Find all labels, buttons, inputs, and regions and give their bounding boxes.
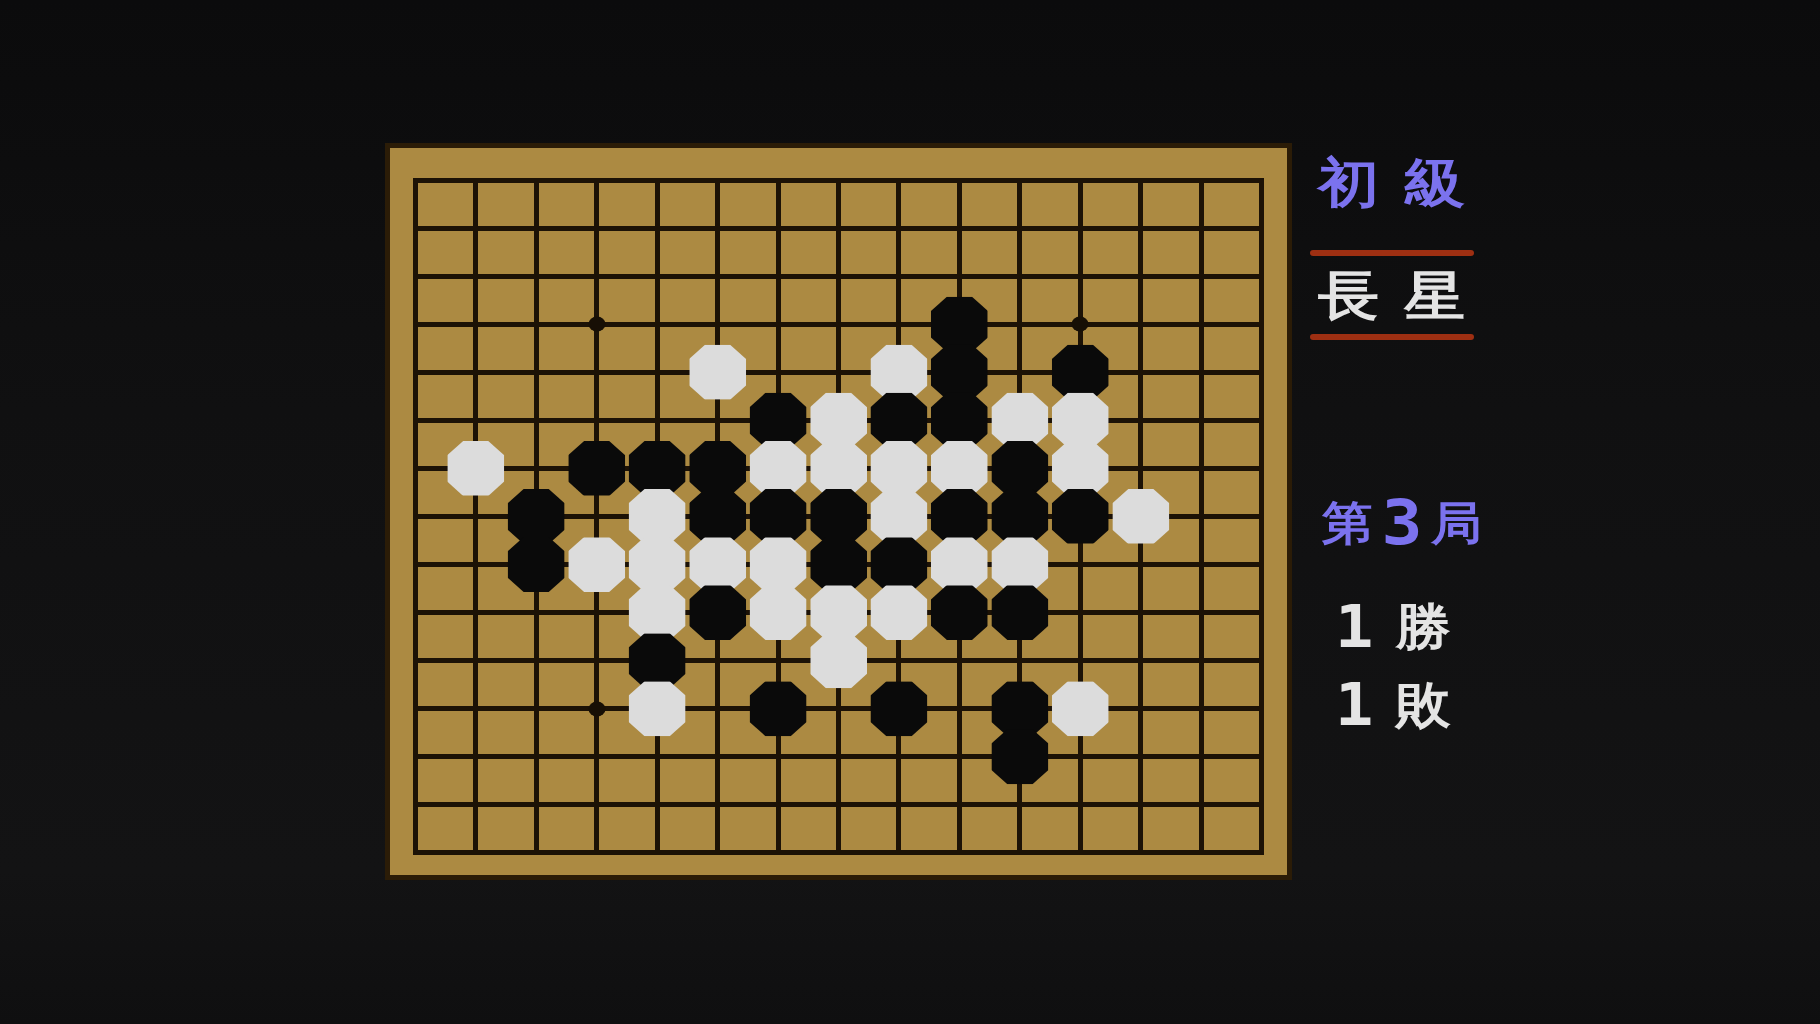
intersection-e7[interactable] bbox=[627, 541, 687, 589]
intersection-g9[interactable] bbox=[748, 444, 808, 492]
intersection-j9[interactable] bbox=[929, 444, 989, 492]
intersection-d10[interactable] bbox=[566, 396, 626, 444]
intersection-h9[interactable] bbox=[808, 444, 868, 492]
black-stone bbox=[689, 441, 746, 496]
intersection-n5[interactable] bbox=[1171, 637, 1231, 685]
intersection-c1[interactable] bbox=[506, 829, 566, 877]
black-stone bbox=[931, 393, 988, 448]
intersection-k12[interactable] bbox=[990, 300, 1050, 348]
intersection-h7[interactable] bbox=[808, 541, 868, 589]
intersection-j7[interactable] bbox=[929, 541, 989, 589]
intersection-n3[interactable] bbox=[1171, 733, 1231, 781]
intersection-k10[interactable] bbox=[990, 396, 1050, 444]
white-stone bbox=[1052, 681, 1109, 736]
intersection-c6[interactable] bbox=[506, 589, 566, 637]
black-stone bbox=[508, 537, 565, 592]
intersection-e13[interactable] bbox=[627, 252, 687, 300]
intersection-c11[interactable] bbox=[506, 348, 566, 396]
white-stone bbox=[870, 585, 927, 640]
intersection-b1[interactable] bbox=[445, 829, 505, 877]
intersection-e12[interactable] bbox=[627, 300, 687, 348]
intersection-k6[interactable] bbox=[990, 589, 1050, 637]
intersection-n14[interactable] bbox=[1171, 204, 1231, 252]
intersection-h12[interactable] bbox=[808, 300, 868, 348]
intersection-o2[interactable] bbox=[1232, 781, 1292, 829]
black-stone bbox=[991, 729, 1048, 784]
intersection-d2[interactable] bbox=[566, 781, 626, 829]
intersection-a9[interactable] bbox=[385, 444, 445, 492]
intersection-m9[interactable] bbox=[1111, 444, 1171, 492]
intersection-j8[interactable] bbox=[929, 492, 989, 540]
white-stone bbox=[870, 441, 927, 496]
losses-count: 1 bbox=[1335, 676, 1373, 734]
black-stone bbox=[629, 633, 686, 688]
losses-kanji: 敗 bbox=[1395, 680, 1450, 730]
intersection-i10[interactable] bbox=[869, 396, 929, 444]
intersection-n7[interactable] bbox=[1171, 541, 1231, 589]
intersection-g2[interactable] bbox=[748, 781, 808, 829]
intersection-b7[interactable] bbox=[445, 541, 505, 589]
intersection-o3[interactable] bbox=[1232, 733, 1292, 781]
intersection-f4[interactable] bbox=[687, 685, 747, 733]
renju-board bbox=[385, 143, 1292, 880]
intersection-g3[interactable] bbox=[748, 733, 808, 781]
intersection-o11[interactable] bbox=[1232, 348, 1292, 396]
intersection-h6[interactable] bbox=[808, 589, 868, 637]
intersection-b9[interactable] bbox=[445, 444, 505, 492]
intersection-k8[interactable] bbox=[990, 492, 1050, 540]
intersection-b2[interactable] bbox=[445, 781, 505, 829]
intersection-l1[interactable] bbox=[1050, 829, 1110, 877]
intersection-i8[interactable] bbox=[869, 492, 929, 540]
intersection-e1[interactable] bbox=[627, 829, 687, 877]
intersection-g14[interactable] bbox=[748, 204, 808, 252]
intersection-c10[interactable] bbox=[506, 396, 566, 444]
intersection-a11[interactable] bbox=[385, 348, 445, 396]
black-stone bbox=[508, 489, 565, 544]
black-stone bbox=[810, 537, 867, 592]
intersection-g13[interactable] bbox=[748, 252, 808, 300]
intersection-i1[interactable] bbox=[869, 829, 929, 877]
game-number-suffix: 局 bbox=[1431, 500, 1482, 546]
intersection-o6[interactable] bbox=[1232, 589, 1292, 637]
intersection-a2[interactable] bbox=[385, 781, 445, 829]
intersection-a8[interactable] bbox=[385, 492, 445, 540]
black-stone bbox=[1052, 489, 1109, 544]
intersection-n4[interactable] bbox=[1171, 685, 1231, 733]
intersection-n1[interactable] bbox=[1171, 829, 1231, 877]
intersection-c15[interactable] bbox=[506, 156, 566, 204]
intersection-h14[interactable] bbox=[808, 204, 868, 252]
intersection-i9[interactable] bbox=[869, 444, 929, 492]
intersection-n8[interactable] bbox=[1171, 492, 1231, 540]
intersection-i12[interactable] bbox=[869, 300, 929, 348]
black-stone bbox=[629, 441, 686, 496]
intersection-n12[interactable] bbox=[1171, 300, 1231, 348]
intersection-m4[interactable] bbox=[1111, 685, 1171, 733]
intersection-f11[interactable] bbox=[687, 348, 747, 396]
intersection-k14[interactable] bbox=[990, 204, 1050, 252]
intersection-f7[interactable] bbox=[687, 541, 747, 589]
intersection-g1[interactable] bbox=[748, 829, 808, 877]
difficulty-label: 初級 bbox=[1318, 156, 1491, 209]
intersection-k4[interactable] bbox=[990, 685, 1050, 733]
white-stone bbox=[991, 537, 1048, 592]
intersection-d6[interactable] bbox=[566, 589, 626, 637]
intersection-i13[interactable] bbox=[869, 252, 929, 300]
intersection-d15[interactable] bbox=[566, 156, 626, 204]
intersection-h1[interactable] bbox=[808, 829, 868, 877]
intersection-m2[interactable] bbox=[1111, 781, 1171, 829]
intersection-j12[interactable] bbox=[929, 300, 989, 348]
white-stone bbox=[810, 441, 867, 496]
intersection-a10[interactable] bbox=[385, 396, 445, 444]
intersection-g12[interactable] bbox=[748, 300, 808, 348]
game-screen: 初級 長星 第 3 局 1 勝 1 敗 bbox=[0, 0, 1820, 1024]
white-stone bbox=[568, 537, 625, 592]
white-stone bbox=[810, 393, 867, 448]
intersection-h2[interactable] bbox=[808, 781, 868, 829]
intersection-f3[interactable] bbox=[687, 733, 747, 781]
board-grid bbox=[385, 156, 1292, 877]
opening-name-label: 長星 bbox=[1318, 269, 1491, 322]
white-stone bbox=[629, 537, 686, 592]
intersection-b3[interactable] bbox=[445, 733, 505, 781]
intersection-j14[interactable] bbox=[929, 204, 989, 252]
intersection-f12[interactable] bbox=[687, 300, 747, 348]
intersection-h15[interactable] bbox=[808, 156, 868, 204]
intersection-a7[interactable] bbox=[385, 541, 445, 589]
intersection-k9[interactable] bbox=[990, 444, 1050, 492]
divider-bottom bbox=[1310, 334, 1474, 340]
intersection-m6[interactable] bbox=[1111, 589, 1171, 637]
game-number-prefix: 第 bbox=[1322, 500, 1373, 546]
intersection-n11[interactable] bbox=[1171, 348, 1231, 396]
intersection-f8[interactable] bbox=[687, 492, 747, 540]
white-stone bbox=[750, 537, 807, 592]
intersection-c2[interactable] bbox=[506, 781, 566, 829]
intersection-d11[interactable] bbox=[566, 348, 626, 396]
intersection-c3[interactable] bbox=[506, 733, 566, 781]
intersection-a3[interactable] bbox=[385, 733, 445, 781]
intersection-b6[interactable] bbox=[445, 589, 505, 637]
intersection-c12[interactable] bbox=[506, 300, 566, 348]
intersection-c9[interactable] bbox=[506, 444, 566, 492]
intersection-d8[interactable] bbox=[566, 492, 626, 540]
intersection-k1[interactable] bbox=[990, 829, 1050, 877]
intersection-k3[interactable] bbox=[990, 733, 1050, 781]
intersection-f13[interactable] bbox=[687, 252, 747, 300]
black-stone bbox=[1052, 345, 1109, 400]
white-stone bbox=[1052, 441, 1109, 496]
intersection-b8[interactable] bbox=[445, 492, 505, 540]
intersection-j1[interactable] bbox=[929, 829, 989, 877]
intersection-f10[interactable] bbox=[687, 396, 747, 444]
black-stone bbox=[931, 297, 988, 352]
intersection-g8[interactable] bbox=[748, 492, 808, 540]
intersection-l14[interactable] bbox=[1050, 204, 1110, 252]
intersection-j4[interactable] bbox=[929, 685, 989, 733]
intersection-a14[interactable] bbox=[385, 204, 445, 252]
intersection-e6[interactable] bbox=[627, 589, 687, 637]
intersection-g5[interactable] bbox=[748, 637, 808, 685]
intersection-l15[interactable] bbox=[1050, 156, 1110, 204]
intersection-e3[interactable] bbox=[627, 733, 687, 781]
black-stone bbox=[750, 681, 807, 736]
intersection-c13[interactable] bbox=[506, 252, 566, 300]
intersection-i5[interactable] bbox=[869, 637, 929, 685]
intersection-j15[interactable] bbox=[929, 156, 989, 204]
intersection-o1[interactable] bbox=[1232, 829, 1292, 877]
intersection-j13[interactable] bbox=[929, 252, 989, 300]
black-stone bbox=[870, 681, 927, 736]
intersection-d9[interactable] bbox=[566, 444, 626, 492]
intersection-l9[interactable] bbox=[1050, 444, 1110, 492]
intersection-e14[interactable] bbox=[627, 204, 687, 252]
white-stone bbox=[810, 633, 867, 688]
intersection-o12[interactable] bbox=[1232, 300, 1292, 348]
intersection-h8[interactable] bbox=[808, 492, 868, 540]
intersection-m11[interactable] bbox=[1111, 348, 1171, 396]
intersection-i7[interactable] bbox=[869, 541, 929, 589]
intersection-h4[interactable] bbox=[808, 685, 868, 733]
white-stone bbox=[991, 393, 1048, 448]
intersection-o9[interactable] bbox=[1232, 444, 1292, 492]
white-stone bbox=[750, 441, 807, 496]
intersection-h3[interactable] bbox=[808, 733, 868, 781]
black-stone bbox=[568, 441, 625, 496]
black-stone bbox=[991, 489, 1048, 544]
intersection-g10[interactable] bbox=[748, 396, 808, 444]
black-stone bbox=[750, 489, 807, 544]
intersection-n15[interactable] bbox=[1171, 156, 1231, 204]
intersection-b13[interactable] bbox=[445, 252, 505, 300]
intersection-h11[interactable] bbox=[808, 348, 868, 396]
intersection-k11[interactable] bbox=[990, 348, 1050, 396]
intersection-i14[interactable] bbox=[869, 204, 929, 252]
intersection-j5[interactable] bbox=[929, 637, 989, 685]
intersection-m12[interactable] bbox=[1111, 300, 1171, 348]
black-stone bbox=[931, 585, 988, 640]
white-stone bbox=[870, 489, 927, 544]
intersection-n6[interactable] bbox=[1171, 589, 1231, 637]
intersection-l2[interactable] bbox=[1050, 781, 1110, 829]
intersection-c8[interactable] bbox=[506, 492, 566, 540]
divider-top bbox=[1310, 250, 1474, 256]
intersection-f9[interactable] bbox=[687, 444, 747, 492]
black-stone bbox=[931, 489, 988, 544]
intersection-g6[interactable] bbox=[748, 589, 808, 637]
intersection-g7[interactable] bbox=[748, 541, 808, 589]
intersection-c5[interactable] bbox=[506, 637, 566, 685]
wins-count: 1 bbox=[1335, 598, 1373, 656]
intersection-l12[interactable] bbox=[1050, 300, 1110, 348]
intersection-b12[interactable] bbox=[445, 300, 505, 348]
intersection-b10[interactable] bbox=[445, 396, 505, 444]
white-stone bbox=[629, 681, 686, 736]
intersection-l4[interactable] bbox=[1050, 685, 1110, 733]
black-stone bbox=[750, 393, 807, 448]
black-stone bbox=[810, 489, 867, 544]
white-stone bbox=[810, 585, 867, 640]
intersection-n9[interactable] bbox=[1171, 444, 1231, 492]
intersection-i4[interactable] bbox=[869, 685, 929, 733]
intersection-f2[interactable] bbox=[687, 781, 747, 829]
black-stone bbox=[991, 441, 1048, 496]
white-stone bbox=[1112, 489, 1169, 544]
black-stone bbox=[991, 585, 1048, 640]
intersection-i2[interactable] bbox=[869, 781, 929, 829]
black-stone bbox=[689, 585, 746, 640]
intersection-b15[interactable] bbox=[445, 156, 505, 204]
intersection-m5[interactable] bbox=[1111, 637, 1171, 685]
white-stone bbox=[689, 345, 746, 400]
black-stone bbox=[931, 345, 988, 400]
star-point bbox=[588, 701, 605, 716]
intersection-l6[interactable] bbox=[1050, 589, 1110, 637]
intersection-e10[interactable] bbox=[627, 396, 687, 444]
intersection-f6[interactable] bbox=[687, 589, 747, 637]
intersection-j11[interactable] bbox=[929, 348, 989, 396]
intersection-k7[interactable] bbox=[990, 541, 1050, 589]
intersection-k5[interactable] bbox=[990, 637, 1050, 685]
intersection-m1[interactable] bbox=[1111, 829, 1171, 877]
intersection-a5[interactable] bbox=[385, 637, 445, 685]
intersection-o7[interactable] bbox=[1232, 541, 1292, 589]
black-stone bbox=[991, 681, 1048, 736]
intersection-e15[interactable] bbox=[627, 156, 687, 204]
wins-label: 1 勝 bbox=[1335, 598, 1450, 656]
intersection-b5[interactable] bbox=[445, 637, 505, 685]
game-number-value: 3 bbox=[1381, 492, 1422, 554]
intersection-f1[interactable] bbox=[687, 829, 747, 877]
intersection-g15[interactable] bbox=[748, 156, 808, 204]
intersection-l3[interactable] bbox=[1050, 733, 1110, 781]
intersection-o5[interactable] bbox=[1232, 637, 1292, 685]
intersection-l7[interactable] bbox=[1050, 541, 1110, 589]
intersection-i15[interactable] bbox=[869, 156, 929, 204]
intersection-j2[interactable] bbox=[929, 781, 989, 829]
white-stone bbox=[750, 585, 807, 640]
intersection-o10[interactable] bbox=[1232, 396, 1292, 444]
intersection-l11[interactable] bbox=[1050, 348, 1110, 396]
game-number-label: 第 3 局 bbox=[1322, 492, 1482, 554]
intersection-l5[interactable] bbox=[1050, 637, 1110, 685]
intersection-g4[interactable] bbox=[748, 685, 808, 733]
intersection-e11[interactable] bbox=[627, 348, 687, 396]
white-stone bbox=[931, 537, 988, 592]
intersection-o15[interactable] bbox=[1232, 156, 1292, 204]
intersection-e2[interactable] bbox=[627, 781, 687, 829]
intersection-h5[interactable] bbox=[808, 637, 868, 685]
intersection-j3[interactable] bbox=[929, 733, 989, 781]
intersection-a12[interactable] bbox=[385, 300, 445, 348]
intersection-i11[interactable] bbox=[869, 348, 929, 396]
intersection-a13[interactable] bbox=[385, 252, 445, 300]
intersection-d12[interactable] bbox=[566, 300, 626, 348]
intersection-a4[interactable] bbox=[385, 685, 445, 733]
intersection-m13[interactable] bbox=[1111, 252, 1171, 300]
intersection-h13[interactable] bbox=[808, 252, 868, 300]
black-stone bbox=[870, 537, 927, 592]
intersection-m8[interactable] bbox=[1111, 492, 1171, 540]
white-stone bbox=[931, 441, 988, 496]
intersection-m7[interactable] bbox=[1111, 541, 1171, 589]
intersection-i6[interactable] bbox=[869, 589, 929, 637]
intersection-k13[interactable] bbox=[990, 252, 1050, 300]
white-stone bbox=[689, 537, 746, 592]
intersection-d14[interactable] bbox=[566, 204, 626, 252]
intersection-d5[interactable] bbox=[566, 637, 626, 685]
intersection-m14[interactable] bbox=[1111, 204, 1171, 252]
intersection-g11[interactable] bbox=[748, 348, 808, 396]
intersection-d3[interactable] bbox=[566, 733, 626, 781]
intersection-m15[interactable] bbox=[1111, 156, 1171, 204]
intersection-f15[interactable] bbox=[687, 156, 747, 204]
star-point bbox=[1072, 317, 1089, 332]
intersection-a15[interactable] bbox=[385, 156, 445, 204]
intersection-d1[interactable] bbox=[566, 829, 626, 877]
intersection-n13[interactable] bbox=[1171, 252, 1231, 300]
intersection-d7[interactable] bbox=[566, 541, 626, 589]
intersection-k15[interactable] bbox=[990, 156, 1050, 204]
intersection-l8[interactable] bbox=[1050, 492, 1110, 540]
white-stone bbox=[629, 489, 686, 544]
intersection-b11[interactable] bbox=[445, 348, 505, 396]
intersection-f5[interactable] bbox=[687, 637, 747, 685]
intersection-j6[interactable] bbox=[929, 589, 989, 637]
intersection-o13[interactable] bbox=[1232, 252, 1292, 300]
white-stone bbox=[870, 345, 927, 400]
white-stone bbox=[629, 585, 686, 640]
black-stone bbox=[689, 489, 746, 544]
star-point bbox=[588, 317, 605, 332]
intersection-b4[interactable] bbox=[445, 685, 505, 733]
intersection-b14[interactable] bbox=[445, 204, 505, 252]
white-stone bbox=[447, 441, 504, 496]
intersection-l13[interactable] bbox=[1050, 252, 1110, 300]
intersection-n2[interactable] bbox=[1171, 781, 1231, 829]
intersection-a1[interactable] bbox=[385, 829, 445, 877]
intersection-m10[interactable] bbox=[1111, 396, 1171, 444]
intersection-c4[interactable] bbox=[506, 685, 566, 733]
intersection-o4[interactable] bbox=[1232, 685, 1292, 733]
intersection-h10[interactable] bbox=[808, 396, 868, 444]
intersection-f14[interactable] bbox=[687, 204, 747, 252]
intersection-e9[interactable] bbox=[627, 444, 687, 492]
wins-kanji: 勝 bbox=[1395, 602, 1450, 652]
intersection-i3[interactable] bbox=[869, 733, 929, 781]
intersection-l10[interactable] bbox=[1050, 396, 1110, 444]
intersection-e4[interactable] bbox=[627, 685, 687, 733]
black-stone bbox=[870, 393, 927, 448]
intersection-c7[interactable] bbox=[506, 541, 566, 589]
intersection-j10[interactable] bbox=[929, 396, 989, 444]
intersection-e5[interactable] bbox=[627, 637, 687, 685]
intersection-k2[interactable] bbox=[990, 781, 1050, 829]
intersection-a6[interactable] bbox=[385, 589, 445, 637]
intersection-m3[interactable] bbox=[1111, 733, 1171, 781]
intersection-c14[interactable] bbox=[506, 204, 566, 252]
intersection-e8[interactable] bbox=[627, 492, 687, 540]
losses-label: 1 敗 bbox=[1335, 676, 1450, 734]
intersection-o8[interactable] bbox=[1232, 492, 1292, 540]
intersection-d4[interactable] bbox=[566, 685, 626, 733]
intersection-n10[interactable] bbox=[1171, 396, 1231, 444]
intersection-o14[interactable] bbox=[1232, 204, 1292, 252]
intersection-d13[interactable] bbox=[566, 252, 626, 300]
white-stone bbox=[1052, 393, 1109, 448]
